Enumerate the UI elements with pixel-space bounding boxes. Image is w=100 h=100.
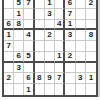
cell-r6c4[interactable] (35, 52, 45, 63)
cell-r1c2[interactable]: 5 (14, 0, 24, 9)
sudoku-board: 5716213768411423876512326897311 (2, 0, 98, 97)
cell-r3c9[interactable] (86, 20, 96, 31)
cell-r8c2[interactable] (14, 73, 24, 84)
cell-r5c8[interactable] (76, 41, 86, 52)
cell-r3c5[interactable] (45, 20, 55, 31)
cell-r7c2[interactable]: 3 (14, 63, 24, 74)
cell-r3c7[interactable]: 1 (65, 20, 75, 31)
cell-r8c6[interactable]: 7 (55, 73, 65, 84)
cell-r2c4[interactable] (35, 9, 45, 20)
cell-r3c6[interactable]: 4 (55, 20, 65, 31)
cell-r7c7[interactable] (65, 63, 75, 74)
cell-r4c6[interactable] (55, 30, 65, 41)
cell-r9c9[interactable] (86, 84, 96, 95)
cell-r9c2[interactable] (14, 84, 24, 95)
cell-r5c4[interactable] (35, 41, 45, 52)
cell-r4c7[interactable]: 3 (65, 30, 75, 41)
cell-r2c2[interactable]: 1 (14, 9, 24, 20)
cell-r8c4[interactable]: 8 (35, 73, 45, 84)
cell-r1c6[interactable] (55, 0, 65, 9)
cell-r1c5[interactable]: 1 (45, 0, 55, 9)
cell-r2c3[interactable] (24, 9, 34, 20)
cell-r7c1[interactable] (4, 63, 14, 74)
cell-r4c4[interactable] (35, 30, 45, 41)
cell-r2c7[interactable]: 7 (65, 9, 75, 20)
page-margin-bottom (0, 97, 100, 100)
sudoku-puzzle-screenshot: 5716213768411423876512326897311 (0, 0, 100, 100)
cell-r8c5[interactable]: 9 (45, 73, 55, 84)
cell-r7c5[interactable] (45, 63, 55, 74)
cell-r7c9[interactable] (86, 63, 96, 74)
cell-r4c9[interactable]: 8 (86, 30, 96, 41)
cell-r8c9[interactable]: 1 (86, 73, 96, 84)
cell-r9c8[interactable] (76, 84, 86, 95)
cell-r3c8[interactable] (76, 20, 86, 31)
cell-r7c3[interactable] (24, 63, 34, 74)
cell-r3c2[interactable]: 8 (14, 20, 24, 31)
cell-r2c8[interactable] (76, 9, 86, 20)
cell-r5c9[interactable] (86, 41, 96, 52)
cell-r9c3[interactable]: 1 (24, 84, 34, 95)
cell-r2c6[interactable] (55, 9, 65, 20)
cell-r6c1[interactable] (4, 52, 14, 63)
cell-r3c3[interactable] (24, 20, 34, 31)
cell-r7c8[interactable] (76, 63, 86, 74)
cell-r9c6[interactable] (55, 84, 65, 95)
cell-r6c6[interactable]: 1 (55, 52, 65, 63)
cell-r1c9[interactable]: 2 (86, 0, 96, 9)
cell-r5c7[interactable] (65, 41, 75, 52)
cell-r6c5[interactable] (45, 52, 55, 63)
cell-r4c3[interactable]: 4 (24, 30, 34, 41)
cell-r1c1[interactable] (4, 0, 14, 9)
cell-r8c1[interactable]: 2 (4, 73, 14, 84)
cell-r9c1[interactable] (4, 84, 14, 95)
cell-r8c3[interactable]: 6 (24, 73, 34, 84)
cell-r3c4[interactable] (35, 20, 45, 31)
cell-r6c7[interactable]: 2 (65, 52, 75, 63)
cell-r4c2[interactable] (14, 30, 24, 41)
cell-r7c4[interactable] (35, 63, 45, 74)
cell-r8c7[interactable] (65, 73, 75, 84)
cell-r2c5[interactable]: 3 (45, 9, 55, 20)
cell-r1c4[interactable] (35, 0, 45, 9)
cell-r5c2[interactable] (14, 41, 24, 52)
cell-r6c8[interactable] (76, 52, 86, 63)
cell-r6c2[interactable]: 6 (14, 52, 24, 63)
cell-r3c1[interactable]: 6 (4, 20, 14, 31)
cell-r9c4[interactable] (35, 84, 45, 95)
cell-r9c5[interactable] (45, 84, 55, 95)
cell-r2c1[interactable] (4, 9, 14, 20)
cell-r4c1[interactable]: 1 (4, 30, 14, 41)
cell-r1c3[interactable]: 7 (24, 0, 34, 9)
cell-r7c6[interactable] (55, 63, 65, 74)
cell-r5c3[interactable] (24, 41, 34, 52)
cell-r4c8[interactable] (76, 30, 86, 41)
cell-r1c7[interactable]: 6 (65, 0, 75, 9)
cell-r2c9[interactable] (86, 9, 96, 20)
cell-r5c5[interactable] (45, 41, 55, 52)
cell-r9c7[interactable] (65, 84, 75, 95)
cell-r4c5[interactable]: 2 (45, 30, 55, 41)
cell-r1c8[interactable] (76, 0, 86, 9)
cell-r6c9[interactable] (86, 52, 96, 63)
cell-r5c6[interactable] (55, 41, 65, 52)
cell-r5c1[interactable]: 7 (4, 41, 14, 52)
cell-r8c8[interactable]: 3 (76, 73, 86, 84)
cell-r6c3[interactable]: 5 (24, 52, 34, 63)
